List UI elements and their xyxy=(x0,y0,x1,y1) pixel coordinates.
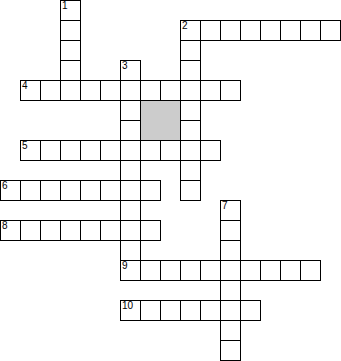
grid-cell[interactable] xyxy=(60,140,81,161)
grid-cell[interactable]: 1 xyxy=(60,0,81,21)
grid-cell[interactable] xyxy=(320,20,341,41)
grid-cell[interactable] xyxy=(180,160,201,181)
grid-cell[interactable] xyxy=(140,180,161,201)
grid-cell[interactable] xyxy=(180,80,201,101)
grid-cell[interactable] xyxy=(40,80,61,101)
grid-cell[interactable] xyxy=(200,20,221,41)
grid-cell[interactable] xyxy=(140,80,161,101)
grid-cell[interactable] xyxy=(220,80,241,101)
grid-cell[interactable] xyxy=(60,180,81,201)
grid-cell[interactable] xyxy=(120,200,141,221)
grid-cell[interactable]: 9 xyxy=(120,260,141,281)
grid-cell[interactable] xyxy=(180,180,201,201)
grid-cell[interactable] xyxy=(120,80,141,101)
clue-number: 7 xyxy=(222,201,228,211)
grid-cell[interactable] xyxy=(140,140,161,161)
grid-cell[interactable] xyxy=(220,280,241,301)
grid-cell[interactable] xyxy=(160,300,181,321)
grid-cell[interactable] xyxy=(160,140,181,161)
grid-cell[interactable]: 7 xyxy=(220,200,241,221)
grid-cell[interactable] xyxy=(280,260,301,281)
grid-cell[interactable] xyxy=(260,20,281,41)
grid-cell[interactable] xyxy=(120,240,141,261)
clue-number: 9 xyxy=(122,261,128,271)
blocked-gray-square xyxy=(141,101,180,140)
clue-number: 6 xyxy=(2,181,8,191)
grid-cell[interactable] xyxy=(120,220,141,241)
grid-cell[interactable] xyxy=(60,220,81,241)
grid-cell[interactable]: 6 xyxy=(0,180,21,201)
grid-cell[interactable] xyxy=(180,100,201,121)
grid-cell[interactable] xyxy=(100,80,121,101)
grid-cell[interactable] xyxy=(160,80,181,101)
grid-cell[interactable] xyxy=(60,40,81,61)
grid-cell[interactable] xyxy=(300,260,321,281)
grid-cell[interactable] xyxy=(40,220,61,241)
grid-cell[interactable] xyxy=(180,120,201,141)
grid-cell[interactable] xyxy=(180,60,201,81)
grid-cell[interactable] xyxy=(240,20,261,41)
grid-cell[interactable] xyxy=(140,300,161,321)
clue-number: 1 xyxy=(62,1,68,11)
grid-cell[interactable] xyxy=(300,20,321,41)
grid-cell[interactable] xyxy=(200,300,221,321)
grid-cell[interactable] xyxy=(220,300,241,321)
grid-cell[interactable] xyxy=(60,20,81,41)
grid-cell[interactable] xyxy=(180,140,201,161)
grid-cell[interactable] xyxy=(120,160,141,181)
clue-number: 10 xyxy=(122,301,133,311)
grid-cell[interactable] xyxy=(40,140,61,161)
grid-cell[interactable] xyxy=(180,260,201,281)
grid-cell[interactable] xyxy=(40,180,61,201)
grid-cell[interactable] xyxy=(180,300,201,321)
grid-cell[interactable] xyxy=(220,240,241,261)
grid-cell[interactable] xyxy=(220,20,241,41)
grid-cell[interactable] xyxy=(120,180,141,201)
grid-cell[interactable] xyxy=(240,260,261,281)
grid-cell[interactable] xyxy=(120,140,141,161)
grid-cell[interactable] xyxy=(60,60,81,81)
grid-cell[interactable]: 8 xyxy=(0,220,21,241)
grid-cell[interactable] xyxy=(280,20,301,41)
grid-cell[interactable] xyxy=(100,180,121,201)
clue-number: 3 xyxy=(122,61,128,71)
grid-cell[interactable]: 10 xyxy=(120,300,141,321)
grid-cell[interactable] xyxy=(120,100,141,121)
grid-cell[interactable] xyxy=(220,320,241,341)
grid-cell[interactable]: 3 xyxy=(120,60,141,81)
grid-cell[interactable] xyxy=(200,140,221,161)
grid-cell[interactable] xyxy=(60,80,81,101)
grid-cell[interactable] xyxy=(140,260,161,281)
grid-cell[interactable] xyxy=(80,80,101,101)
grid-cell[interactable] xyxy=(160,260,181,281)
grid-cell[interactable] xyxy=(120,120,141,141)
grid-cell[interactable]: 5 xyxy=(20,140,41,161)
clue-number: 4 xyxy=(22,81,28,91)
grid-cell[interactable] xyxy=(200,80,221,101)
grid-cell[interactable] xyxy=(240,300,261,321)
grid-cell[interactable] xyxy=(180,40,201,61)
crossword-grid: 12345678910 xyxy=(0,0,341,361)
grid-cell[interactable] xyxy=(80,180,101,201)
grid-cell[interactable] xyxy=(220,260,241,281)
grid-cell[interactable]: 4 xyxy=(20,80,41,101)
grid-cell[interactable] xyxy=(220,220,241,241)
grid-cell[interactable] xyxy=(80,140,101,161)
grid-cell[interactable] xyxy=(200,260,221,281)
clue-number: 8 xyxy=(2,221,8,231)
grid-cell[interactable] xyxy=(220,340,241,361)
grid-cell[interactable] xyxy=(140,220,161,241)
grid-cell[interactable] xyxy=(20,220,41,241)
grid-cell[interactable] xyxy=(100,220,121,241)
grid-cell[interactable] xyxy=(100,140,121,161)
clue-number: 5 xyxy=(22,141,28,151)
grid-cell[interactable] xyxy=(20,180,41,201)
grid-cell[interactable] xyxy=(80,220,101,241)
grid-cell[interactable] xyxy=(260,260,281,281)
grid-cell[interactable]: 2 xyxy=(180,20,201,41)
clue-number: 2 xyxy=(182,21,188,31)
